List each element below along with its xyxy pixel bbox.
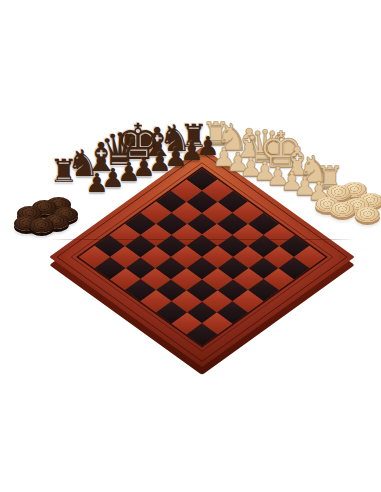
light-checker-disc xyxy=(315,197,340,212)
board-face xyxy=(49,147,354,367)
dark-rook-piece: ♜ xyxy=(180,120,209,152)
product-photo-stage: ♜♞♝♛♚♝♞♜♟♟♟♟♟♟♟♟♜♞♝♛♚♝♞♜♟♟♟♟♟♟♟♟ xyxy=(0,0,381,492)
light-checker-disc xyxy=(330,202,355,217)
light-checker-disc xyxy=(342,182,367,197)
light-knight-piece: ♞ xyxy=(297,151,330,188)
light-pawn-piece: ♟ xyxy=(280,168,303,194)
dark-checker-disc xyxy=(17,206,42,221)
dark-checker-disc xyxy=(29,218,54,233)
light-pawn-piece: ♟ xyxy=(307,178,330,204)
dark-pawn-piece: ♟ xyxy=(132,154,155,180)
dark-king-piece: ♚ xyxy=(116,117,161,167)
dark-checker-disc xyxy=(14,216,39,231)
dark-checker-disc xyxy=(44,214,69,229)
dark-bishop-piece: ♝ xyxy=(139,122,175,162)
light-rook-piece: ♜ xyxy=(202,118,231,150)
light-checker-disc xyxy=(355,207,380,222)
light-queen-piece: ♛ xyxy=(245,124,285,169)
board-fold-seam xyxy=(50,239,355,240)
dark-checker-disc xyxy=(46,197,71,212)
dark-bishop-piece: ♝ xyxy=(83,137,119,177)
light-checker-disc xyxy=(358,193,381,208)
playing-area-grid xyxy=(76,166,328,347)
dark-rook-piece: ♜ xyxy=(50,155,79,187)
dark-queen-piece: ♛ xyxy=(100,127,140,172)
dark-checker-disc xyxy=(53,207,78,222)
light-rook-piece: ♜ xyxy=(316,162,345,194)
dark-pawn-piece: ♟ xyxy=(101,165,124,191)
light-checker-disc xyxy=(326,185,351,200)
dark-checker-disc xyxy=(32,200,57,215)
light-checker-disc xyxy=(345,198,370,213)
light-king-piece: ♚ xyxy=(259,125,304,175)
light-knight-piece: ♞ xyxy=(215,119,248,156)
dark-knight-piece: ♞ xyxy=(66,145,99,182)
light-pawn-piece: ♟ xyxy=(293,173,316,199)
light-pawn-piece: ♟ xyxy=(253,158,276,184)
dark-pawn-piece: ♟ xyxy=(85,170,108,196)
light-bishop-piece: ♝ xyxy=(231,123,267,163)
light-pawn-piece: ♟ xyxy=(266,163,289,189)
dark-pawn-piece: ♟ xyxy=(117,159,140,185)
light-bishop-piece: ♝ xyxy=(279,141,315,181)
dark-knight-piece: ♞ xyxy=(158,120,191,157)
